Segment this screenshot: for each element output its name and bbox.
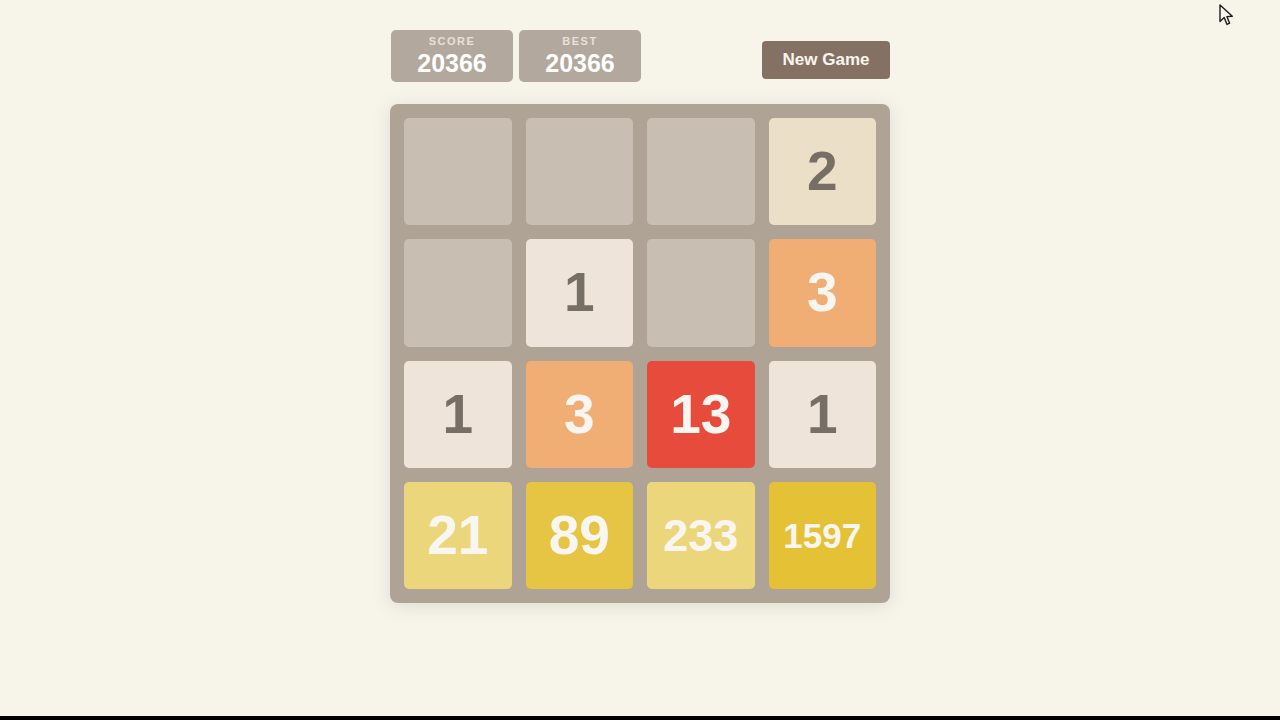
tile-1: 1: [769, 361, 877, 468]
game-page: SCORE 20366 BEST 20366 New Game 21313131…: [0, 0, 1280, 720]
tile-3: 3: [769, 239, 877, 346]
score-panel: SCORE 20366 BEST 20366: [391, 30, 641, 82]
mouse-cursor: [1219, 4, 1235, 28]
tile-2: 2: [769, 118, 877, 225]
empty-cell: [647, 239, 755, 346]
empty-cell: [404, 118, 512, 225]
board[interactable]: 2131313121892331597: [390, 104, 890, 603]
empty-cell: [526, 118, 634, 225]
tile-21: 21: [404, 482, 512, 589]
empty-cell: [647, 118, 755, 225]
tile-233: 233: [647, 482, 755, 589]
tile-89: 89: [526, 482, 634, 589]
tile-1: 1: [404, 361, 512, 468]
score-box: SCORE 20366: [391, 30, 513, 82]
best-score-box: BEST 20366: [519, 30, 641, 82]
best-label: BEST: [562, 36, 597, 47]
best-value: 20366: [545, 51, 615, 76]
score-label: SCORE: [429, 36, 476, 47]
letterbox-bar: [0, 716, 1280, 720]
new-game-button[interactable]: New Game: [762, 41, 890, 79]
score-value: 20366: [417, 51, 487, 76]
empty-cell: [404, 239, 512, 346]
tile-1: 1: [526, 239, 634, 346]
tile-1597: 1597: [769, 482, 877, 589]
tile-3: 3: [526, 361, 634, 468]
tile-13: 13: [647, 361, 755, 468]
